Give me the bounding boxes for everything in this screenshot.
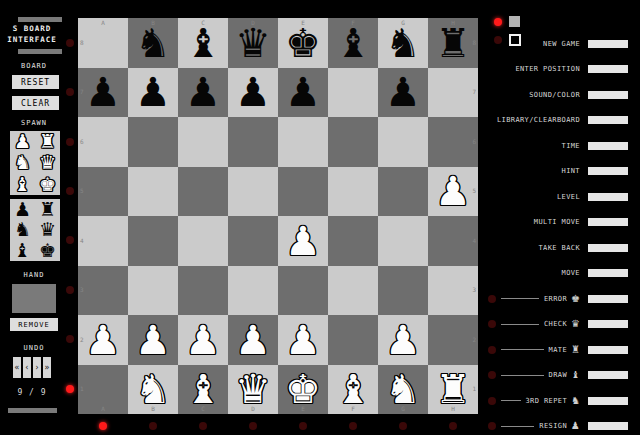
turn-indicator-white: [494, 16, 520, 27]
error-led-line: [501, 298, 539, 299]
black-pawn-icon: ♟: [128, 68, 178, 118]
square-b7[interactable]: ♟: [128, 68, 178, 118]
menu-row-library-clearboard: LIBRARY/CLEARBOARD: [488, 112, 628, 128]
resign-button[interactable]: [588, 422, 628, 430]
rank-label-left: 1: [80, 386, 84, 392]
square-d8[interactable]: D♛: [228, 18, 278, 68]
menu-label-level: LEVEL: [557, 193, 580, 201]
black-king-icon: ♚: [39, 241, 56, 260]
mate-led-icon: [488, 346, 496, 354]
white-turn-led-icon: [494, 18, 502, 26]
clear-button[interactable]: CLEAR: [12, 96, 59, 110]
square-b2[interactable]: ♟: [128, 315, 178, 365]
square-e5[interactable]: [278, 167, 328, 217]
spawn-white-rook[interactable]: ♜: [35, 131, 60, 152]
menu-label-enter-position: ENTER POSITION: [515, 65, 580, 73]
title-divider-bottom: [18, 49, 62, 54]
error-led-icon: [488, 295, 496, 303]
rank-5-led-icon: [66, 187, 74, 195]
square-f5[interactable]: [328, 167, 378, 217]
square-c6[interactable]: [178, 117, 228, 167]
black-pawn-icon: ♟: [378, 68, 428, 118]
enter-position-button[interactable]: [588, 65, 628, 73]
square-d7[interactable]: ♟: [228, 68, 278, 118]
square-h2[interactable]: 2: [428, 315, 478, 365]
white-bishop-icon: ♝: [178, 365, 228, 415]
file-g-led-icon: [399, 422, 407, 430]
square-e2[interactable]: ♟: [278, 315, 328, 365]
square-a5[interactable]: 5: [78, 167, 128, 217]
spawn-black-king[interactable]: ♚: [35, 240, 60, 261]
menu-row-check: CHECK♛: [488, 316, 628, 332]
menu-label-library-clearboard: LIBRARY/CLEARBOARD: [497, 116, 580, 124]
square-c8[interactable]: C♝: [178, 18, 228, 68]
black-knight-icon: ♞: [378, 18, 428, 68]
white-pawn-icon: ♟: [178, 315, 228, 365]
rank-label-right: 2: [472, 337, 476, 343]
spawn-black-tray: ♟♜♞♛♝♚: [10, 199, 60, 261]
file-label-top: A: [78, 20, 128, 26]
black-rook-icon: ♜: [428, 18, 478, 68]
spawn-black-knight[interactable]: ♞: [10, 220, 35, 241]
chess-computer-interface: S BOARD INTERFACE BOARD RESET CLEAR SPAW…: [0, 0, 640, 435]
menu-row-draw: DRAW♝: [488, 367, 628, 383]
square-h4[interactable]: 4: [428, 216, 478, 266]
menu-label-take-back: TAKE BACK: [538, 244, 580, 252]
square-h8[interactable]: H8♜: [428, 18, 478, 68]
square-g5[interactable]: [378, 167, 428, 217]
3rd-repet-led-icon: [488, 397, 496, 405]
time-button[interactable]: [588, 142, 628, 150]
menu-row-mate: MATE♜: [488, 342, 628, 358]
menu-label-3rd-repet: 3RD REPET: [526, 397, 568, 405]
white-bishop-icon: ♝: [328, 365, 378, 415]
spawn-white-queen[interactable]: ♛: [35, 152, 60, 173]
file-c-led-icon: [199, 422, 207, 430]
square-d1[interactable]: D♛: [228, 365, 278, 415]
spawn-black-bishop[interactable]: ♝: [10, 240, 35, 261]
draw-led-line: [501, 375, 544, 376]
white-queen-icon: ♛: [228, 365, 278, 415]
square-b4[interactable]: [128, 216, 178, 266]
square-c2[interactable]: ♟: [178, 315, 228, 365]
file-e-led-icon: [299, 422, 307, 430]
square-h7[interactable]: 7: [428, 68, 478, 118]
square-h6[interactable]: 6: [428, 117, 478, 167]
hint-button[interactable]: [588, 167, 628, 175]
3rd-repet-led-line: [501, 400, 521, 401]
black-pawn-icon: ♟: [278, 68, 328, 118]
spawn-white-tray: ♟♜♞♛♝♚: [10, 131, 60, 195]
move-button[interactable]: [588, 269, 628, 277]
white-knight-icon: ♞: [378, 365, 428, 415]
menu-row-level: LEVEL: [488, 189, 628, 205]
square-d2[interactable]: ♟: [228, 315, 278, 365]
pawn-icon: ♟: [571, 421, 580, 431]
rook-icon: ♜: [571, 345, 580, 355]
square-e8[interactable]: E♚: [278, 18, 328, 68]
error-button[interactable]: [588, 295, 628, 303]
spawn-white-pawn[interactable]: ♟: [10, 131, 35, 152]
square-g3[interactable]: [378, 266, 428, 316]
menu-label-move: MOVE: [562, 269, 580, 277]
spawn-white-knight[interactable]: ♞: [10, 152, 35, 173]
square-c1[interactable]: C♝: [178, 365, 228, 415]
square-e1[interactable]: E♚: [278, 365, 328, 415]
remove-button[interactable]: REMOVE: [10, 318, 58, 331]
white-king-icon: ♚: [39, 175, 56, 194]
menu-row-hint: HINT: [488, 163, 628, 179]
black-pawn-icon: ♟: [178, 68, 228, 118]
black-king-icon: ♚: [278, 18, 328, 68]
mate-led-line: [501, 349, 544, 350]
black-knight-icon: ♞: [128, 18, 178, 68]
file-b-led-icon: [149, 422, 157, 430]
file-d-led-icon: [249, 422, 257, 430]
board-section-label: BOARD: [4, 62, 64, 70]
king-icon: ♚: [571, 294, 580, 304]
white-pawn-icon: ♟: [228, 315, 278, 365]
check-led-icon: [488, 320, 496, 328]
rank-6-led-icon: [66, 138, 74, 146]
menu-label-resign: RESIGN: [539, 422, 567, 430]
white-pawn-icon: ♟: [278, 216, 328, 266]
black-pawn-icon: ♟: [14, 200, 31, 219]
sound-color-button[interactable]: [588, 91, 628, 99]
white-pawn-icon: ♟: [428, 167, 478, 217]
square-a4[interactable]: 4: [78, 216, 128, 266]
square-a2[interactable]: 2♟: [78, 315, 128, 365]
white-pawn-icon: ♟: [378, 315, 428, 365]
menu-label-error: ERROR: [544, 295, 567, 303]
square-d4[interactable]: [228, 216, 278, 266]
new-game-button[interactable]: [588, 40, 628, 48]
menu-label-new-game: NEW GAME: [543, 40, 580, 48]
draw-led-icon: [488, 371, 496, 379]
square-a6[interactable]: 6: [78, 117, 128, 167]
square-e6[interactable]: [278, 117, 328, 167]
check-button[interactable]: [588, 320, 628, 328]
menu-row-enter-position: ENTER POSITION: [488, 61, 628, 77]
rank-label-right: 6: [472, 139, 476, 145]
menu-row-move: MOVE: [488, 265, 628, 281]
rank-label-left: 5: [80, 188, 84, 194]
white-queen-icon: ♛: [39, 153, 56, 172]
menu-row-sound-color: SOUND/COLOR: [488, 87, 628, 103]
spawn-white-king[interactable]: ♚: [35, 174, 60, 195]
square-e4[interactable]: ♟: [278, 216, 328, 266]
undo-first-button[interactable]: «: [13, 357, 21, 378]
square-a8[interactable]: A8: [78, 18, 128, 68]
white-pawn-icon: ♟: [14, 132, 31, 151]
black-bishop-icon: ♝: [14, 241, 31, 260]
black-bishop-icon: ♝: [328, 18, 378, 68]
menu-row-resign: RESIGN♟: [488, 418, 628, 434]
square-c3[interactable]: [178, 266, 228, 316]
menu-row-error: ERROR♚: [488, 291, 628, 307]
reset-button[interactable]: RESET: [12, 75, 59, 89]
rank-label-left: 8: [80, 40, 84, 46]
rank-label-right: 4: [472, 238, 476, 244]
black-knight-icon: ♞: [14, 220, 31, 239]
menu-row-multi-move: MULTI MOVE: [488, 214, 628, 230]
square-h1[interactable]: H1♜: [428, 365, 478, 415]
black-queen-icon: ♛: [228, 18, 278, 68]
square-f1[interactable]: F♝: [328, 365, 378, 415]
spawn-black-pawn[interactable]: ♟: [10, 199, 35, 220]
undo-section-label: UNDO: [4, 344, 64, 352]
square-b8[interactable]: B♞: [128, 18, 178, 68]
mate-button[interactable]: [588, 346, 628, 354]
undo-back-button[interactable]: ‹: [23, 357, 31, 378]
app-title-line1: S BOARD: [0, 23, 64, 34]
rank-3-led-icon: [66, 286, 74, 294]
app-title: S BOARD INTERFACE: [0, 23, 64, 45]
square-f6[interactable]: [328, 117, 378, 167]
spawn-white-bishop[interactable]: ♝: [10, 174, 35, 195]
white-knight-icon: ♞: [14, 153, 31, 172]
level-button[interactable]: [588, 193, 628, 201]
resign-led-icon: [488, 422, 496, 430]
white-bishop-icon: ♝: [14, 175, 31, 194]
white-rook-icon: ♜: [428, 365, 478, 415]
square-g8[interactable]: G♞: [378, 18, 428, 68]
white-knight-icon: ♞: [128, 365, 178, 415]
black-pawn-icon: ♟: [78, 68, 128, 118]
square-f2[interactable]: [328, 315, 378, 365]
hand-slot: [12, 284, 56, 313]
square-f7[interactable]: [328, 68, 378, 118]
square-c5[interactable]: [178, 167, 228, 217]
square-e3[interactable]: [278, 266, 328, 316]
undo-counter: 9 / 9: [0, 388, 64, 397]
spawn-black-rook[interactable]: ♜: [35, 199, 60, 220]
square-g1[interactable]: G♞: [378, 365, 428, 415]
menu-label-draw: DRAW: [549, 371, 567, 379]
white-king-icon: ♚: [278, 365, 328, 415]
rank-4-led-icon: [66, 236, 74, 244]
rank-7-led-icon: [66, 88, 74, 96]
square-a3[interactable]: 3: [78, 266, 128, 316]
menu-label-check: CHECK: [544, 320, 567, 328]
black-rook-icon: ♜: [39, 200, 56, 219]
take-back-button[interactable]: [588, 244, 628, 252]
spawn-black-queen[interactable]: ♛: [35, 220, 60, 241]
square-f8[interactable]: F♝: [328, 18, 378, 68]
rank-1-led-icon: [66, 385, 74, 393]
white-pawn-icon: ♟: [128, 315, 178, 365]
square-e7[interactable]: ♟: [278, 68, 328, 118]
rank-label-left: 4: [80, 238, 84, 244]
rank-label-left: 6: [80, 139, 84, 145]
menu-label-sound-color: SOUND/COLOR: [529, 91, 580, 99]
rank-label-right: 3: [472, 287, 476, 293]
square-d3[interactable]: [228, 266, 278, 316]
multi-move-button[interactable]: [588, 218, 628, 226]
check-led-line: [501, 324, 539, 325]
rank-8-led-icon: [66, 39, 74, 47]
file-f-led-icon: [349, 422, 357, 430]
square-d5[interactable]: [228, 167, 278, 217]
file-label-bottom: A: [78, 406, 128, 412]
undo-forward-button[interactable]: ›: [33, 357, 41, 378]
square-g4[interactable]: [378, 216, 428, 266]
menu-label-time: TIME: [562, 142, 580, 150]
menu-row-take-back: TAKE BACK: [488, 240, 628, 256]
rank-2-led-icon: [66, 335, 74, 343]
app-title-line2: INTERFACE: [0, 34, 64, 45]
knight-icon: ♞: [571, 396, 580, 406]
square-a1[interactable]: A1: [78, 365, 128, 415]
3rd-repet-button[interactable]: [588, 397, 628, 405]
file-h-led-icon: [449, 422, 457, 430]
filled-square-icon: [509, 16, 520, 27]
square-b1[interactable]: B♞: [128, 365, 178, 415]
square-f4[interactable]: [328, 216, 378, 266]
square-f3[interactable]: [328, 266, 378, 316]
rank-label-right: 7: [472, 89, 476, 95]
black-queen-icon: ♛: [39, 220, 56, 239]
library-clearboard-button[interactable]: [588, 116, 628, 124]
title-divider-top: [18, 17, 62, 22]
square-c4[interactable]: [178, 216, 228, 266]
menu-row-3rd-repet: 3RD REPET♞: [488, 393, 628, 409]
draw-button[interactable]: [588, 371, 628, 379]
black-pawn-icon: ♟: [228, 68, 278, 118]
menu-label-hint: HINT: [562, 167, 580, 175]
undo-controls: «‹›»: [13, 357, 53, 378]
square-b6[interactable]: [128, 117, 178, 167]
square-g7[interactable]: ♟: [378, 68, 428, 118]
file-a-led-icon: [99, 422, 107, 430]
menu-row-new-game: NEW GAME: [488, 36, 628, 52]
menu-label-multi-move: MULTI MOVE: [534, 218, 580, 226]
queen-icon: ♛: [571, 319, 580, 329]
square-c7[interactable]: ♟: [178, 68, 228, 118]
square-b5[interactable]: [128, 167, 178, 217]
resign-led-line: [501, 426, 534, 427]
square-a7[interactable]: 7♟: [78, 68, 128, 118]
sidebar-footer-bar: [8, 408, 57, 413]
white-pawn-icon: ♟: [278, 315, 328, 365]
square-h3[interactable]: 3: [428, 266, 478, 316]
square-h5[interactable]: 5♟: [428, 167, 478, 217]
chess-board: A8B♞C♝D♛E♚F♝G♞H8♜7♟♟♟♟♟♟76655♟4♟4332♟♟♟♟…: [78, 18, 478, 414]
white-pawn-icon: ♟: [78, 315, 128, 365]
square-b3[interactable]: [128, 266, 178, 316]
menu-row-time: TIME: [488, 138, 628, 154]
square-g2[interactable]: ♟: [378, 315, 428, 365]
rank-label-left: 3: [80, 287, 84, 293]
black-bishop-icon: ♝: [178, 18, 228, 68]
undo-last-button[interactable]: »: [43, 357, 51, 378]
square-g6[interactable]: [378, 117, 428, 167]
spawn-section-label: SPAWN: [4, 119, 64, 127]
white-rook-icon: ♜: [39, 132, 56, 151]
menu-label-mate: MATE: [549, 346, 567, 354]
bishop-icon: ♝: [571, 370, 580, 380]
square-d6[interactable]: [228, 117, 278, 167]
hand-section-label: HAND: [4, 271, 64, 279]
